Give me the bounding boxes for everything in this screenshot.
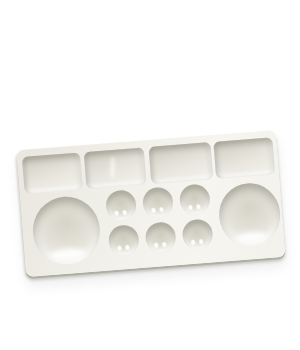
- large-round-well-right: [217, 181, 283, 249]
- small-round-well-4: [108, 224, 140, 256]
- small-round-well-2: [142, 186, 174, 218]
- rect-well-4: [213, 137, 275, 179]
- photo-canvas: [0, 0, 300, 350]
- rect-well-2: [84, 147, 147, 189]
- rect-well-3: [149, 142, 214, 184]
- small-round-well-6: [181, 218, 213, 250]
- large-round-well-left: [30, 194, 102, 267]
- small-round-well-1: [105, 189, 137, 221]
- rect-well-1: [22, 152, 83, 193]
- paint-palette: [16, 130, 285, 277]
- small-round-well-5: [145, 221, 177, 253]
- small-round-well-3: [179, 183, 211, 215]
